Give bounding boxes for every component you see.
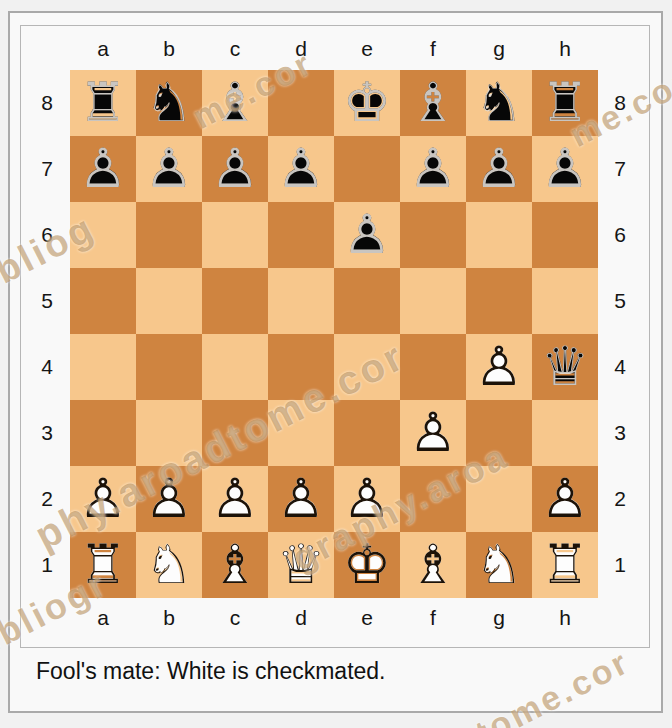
file-label-top-h: h — [532, 28, 598, 70]
white-pawn-b2: ♟︎♙︎ — [136, 466, 202, 532]
square-h2: ♟︎♙︎ — [532, 466, 598, 532]
piece-outline-glyph: ♙︎ — [268, 466, 334, 532]
square-c7: ♟︎♙︎ — [202, 136, 268, 202]
piece-outline-glyph: ♖︎ — [532, 532, 598, 598]
black-knight-g8: ♞︎♘︎ — [466, 70, 532, 136]
square-f6 — [400, 202, 466, 268]
black-pawn-b7: ♟︎♙︎ — [136, 136, 202, 202]
file-label-bottom-h: h — [532, 598, 598, 638]
square-a2: ♟︎♙︎ — [70, 466, 136, 532]
file-labels-bottom: abcdefgh — [70, 598, 642, 638]
square-g4: ♟︎♙︎ — [466, 334, 532, 400]
piece-outline-glyph: ♖︎ — [70, 532, 136, 598]
square-c8: ♝︎♗︎ — [202, 70, 268, 136]
square-e3 — [334, 400, 400, 466]
piece-outline-glyph: ♙︎ — [400, 136, 466, 202]
square-b4 — [136, 334, 202, 400]
piece-outline-glyph: ♙︎ — [532, 466, 598, 532]
square-g1: ♞︎♘︎ — [466, 532, 532, 598]
rank-label-left-7: 7 — [24, 136, 70, 202]
square-d4 — [268, 334, 334, 400]
piece-outline-glyph: ♙︎ — [334, 466, 400, 532]
square-h8: ♜︎♖︎ — [532, 70, 598, 136]
rank-label-right-7: 7 — [598, 136, 642, 202]
diagram-caption: Fool's mate: White is checkmated. — [36, 658, 386, 685]
rank-label-right-3: 3 — [598, 400, 642, 466]
white-pawn-g4: ♟︎♙︎ — [466, 334, 532, 400]
rank-label-right-4: 4 — [598, 334, 642, 400]
square-g7: ♟︎♙︎ — [466, 136, 532, 202]
rank-label-left-5: 5 — [24, 268, 70, 334]
file-label-bottom-b: b — [136, 598, 202, 638]
white-pawn-h2: ♟︎♙︎ — [532, 466, 598, 532]
piece-outline-glyph: ♙︎ — [136, 466, 202, 532]
rank-label-right-2: 2 — [598, 466, 642, 532]
black-pawn-c7: ♟︎♙︎ — [202, 136, 268, 202]
file-label-bottom-c: c — [202, 598, 268, 638]
piece-outline-glyph: ♙︎ — [202, 136, 268, 202]
black-king-e8: ♚︎♔︎ — [334, 70, 400, 136]
square-h6 — [532, 202, 598, 268]
piece-outline-glyph: ♙︎ — [334, 202, 400, 268]
piece-outline-glyph: ♙︎ — [466, 136, 532, 202]
white-rook-h1: ♜︎♖︎ — [532, 532, 598, 598]
square-b3 — [136, 400, 202, 466]
square-b6 — [136, 202, 202, 268]
black-pawn-f7: ♟︎♙︎ — [400, 136, 466, 202]
piece-outline-glyph: ♙︎ — [532, 136, 598, 202]
board-middle: 87654321 ♜︎♖︎♞︎♘︎♝︎♗︎♚︎♔︎♝︎♗︎♞︎♘︎♜︎♖︎♟︎♙… — [24, 70, 642, 598]
book-page-scan: abcdefgh 87654321 ♜︎♖︎♞︎♘︎♝︎♗︎♚︎♔︎♝︎♗︎♞︎… — [0, 0, 672, 728]
square-f4 — [400, 334, 466, 400]
file-label-top-g: g — [466, 28, 532, 70]
square-a6 — [70, 202, 136, 268]
piece-outline-glyph: ♙︎ — [70, 466, 136, 532]
white-pawn-d2: ♟︎♙︎ — [268, 466, 334, 532]
square-f5 — [400, 268, 466, 334]
square-a3 — [70, 400, 136, 466]
square-d8 — [268, 70, 334, 136]
square-f7: ♟︎♙︎ — [400, 136, 466, 202]
file-label-top-a: a — [70, 28, 136, 70]
rank-label-right-6: 6 — [598, 202, 642, 268]
black-bishop-c8: ♝︎♗︎ — [202, 70, 268, 136]
square-g5 — [466, 268, 532, 334]
file-labels-top: abcdefgh — [70, 28, 642, 70]
rank-label-right-8: 8 — [598, 70, 642, 136]
white-pawn-f3: ♟︎♙︎ — [400, 400, 466, 466]
square-g6 — [466, 202, 532, 268]
square-c4 — [202, 334, 268, 400]
square-h4: ♛︎♕︎ — [532, 334, 598, 400]
piece-outline-glyph: ♖︎ — [532, 70, 598, 136]
file-label-bottom-a: a — [70, 598, 136, 638]
rank-label-left-4: 4 — [24, 334, 70, 400]
black-bishop-f8: ♝︎♗︎ — [400, 70, 466, 136]
rank-label-right-1: 1 — [598, 532, 642, 598]
piece-outline-glyph: ♘︎ — [136, 70, 202, 136]
square-b5 — [136, 268, 202, 334]
square-d7: ♟︎♙︎ — [268, 136, 334, 202]
black-pawn-a7: ♟︎♙︎ — [70, 136, 136, 202]
black-pawn-e6: ♟︎♙︎ — [334, 202, 400, 268]
file-label-top-d: d — [268, 28, 334, 70]
square-d6 — [268, 202, 334, 268]
square-d5 — [268, 268, 334, 334]
square-a7: ♟︎♙︎ — [70, 136, 136, 202]
square-c2: ♟︎♙︎ — [202, 466, 268, 532]
square-b7: ♟︎♙︎ — [136, 136, 202, 202]
white-pawn-c2: ♟︎♙︎ — [202, 466, 268, 532]
square-g3 — [466, 400, 532, 466]
white-bishop-c1: ♝︎♗︎ — [202, 532, 268, 598]
rank-label-left-2: 2 — [24, 466, 70, 532]
white-queen-d1: ♛︎♕︎ — [268, 532, 334, 598]
white-knight-g1: ♞︎♘︎ — [466, 532, 532, 598]
rank-labels-right: 87654321 — [598, 70, 642, 598]
piece-outline-glyph: ♔︎ — [334, 70, 400, 136]
white-rook-a1: ♜︎♖︎ — [70, 532, 136, 598]
black-pawn-h7: ♟︎♙︎ — [532, 136, 598, 202]
square-d1: ♛︎♕︎ — [268, 532, 334, 598]
rank-label-left-8: 8 — [24, 70, 70, 136]
square-f1: ♝︎♗︎ — [400, 532, 466, 598]
piece-outline-glyph: ♘︎ — [466, 70, 532, 136]
square-e4 — [334, 334, 400, 400]
square-h7: ♟︎♙︎ — [532, 136, 598, 202]
piece-outline-glyph: ♘︎ — [136, 532, 202, 598]
square-e8: ♚︎♔︎ — [334, 70, 400, 136]
square-h3 — [532, 400, 598, 466]
square-a4 — [70, 334, 136, 400]
square-f8: ♝︎♗︎ — [400, 70, 466, 136]
square-e7 — [334, 136, 400, 202]
square-g8: ♞︎♘︎ — [466, 70, 532, 136]
square-a5 — [70, 268, 136, 334]
square-b1: ♞︎♘︎ — [136, 532, 202, 598]
chess-diagram: abcdefgh 87654321 ♜︎♖︎♞︎♘︎♝︎♗︎♚︎♔︎♝︎♗︎♞︎… — [24, 28, 642, 638]
square-a1: ♜︎♖︎ — [70, 532, 136, 598]
white-knight-b1: ♞︎♘︎ — [136, 532, 202, 598]
black-knight-b8: ♞︎♘︎ — [136, 70, 202, 136]
square-c1: ♝︎♗︎ — [202, 532, 268, 598]
piece-outline-glyph: ♗︎ — [400, 532, 466, 598]
square-c3 — [202, 400, 268, 466]
white-pawn-a2: ♟︎♙︎ — [70, 466, 136, 532]
piece-outline-glyph: ♙︎ — [202, 466, 268, 532]
square-c6 — [202, 202, 268, 268]
square-h1: ♜︎♖︎ — [532, 532, 598, 598]
black-pawn-g7: ♟︎♙︎ — [466, 136, 532, 202]
piece-outline-glyph: ♔︎ — [334, 532, 400, 598]
square-e2: ♟︎♙︎ — [334, 466, 400, 532]
rank-label-right-5: 5 — [598, 268, 642, 334]
square-f3: ♟︎♙︎ — [400, 400, 466, 466]
square-c5 — [202, 268, 268, 334]
black-pawn-d7: ♟︎♙︎ — [268, 136, 334, 202]
rank-label-left-1: 1 — [24, 532, 70, 598]
file-label-bottom-d: d — [268, 598, 334, 638]
file-label-top-c: c — [202, 28, 268, 70]
piece-outline-glyph: ♙︎ — [466, 334, 532, 400]
square-d3 — [268, 400, 334, 466]
black-rook-h8: ♜︎♖︎ — [532, 70, 598, 136]
file-label-top-e: e — [334, 28, 400, 70]
white-pawn-e2: ♟︎♙︎ — [334, 466, 400, 532]
square-g2 — [466, 466, 532, 532]
square-b2: ♟︎♙︎ — [136, 466, 202, 532]
file-label-bottom-f: f — [400, 598, 466, 638]
black-queen-h4: ♛︎♕︎ — [532, 334, 598, 400]
piece-outline-glyph: ♗︎ — [400, 70, 466, 136]
square-h5 — [532, 268, 598, 334]
piece-outline-glyph: ♙︎ — [400, 400, 466, 466]
square-b8: ♞︎♘︎ — [136, 70, 202, 136]
piece-outline-glyph: ♕︎ — [268, 532, 334, 598]
white-bishop-f1: ♝︎♗︎ — [400, 532, 466, 598]
piece-outline-glyph: ♙︎ — [70, 136, 136, 202]
piece-outline-glyph: ♖︎ — [70, 70, 136, 136]
square-e6: ♟︎♙︎ — [334, 202, 400, 268]
file-label-top-b: b — [136, 28, 202, 70]
piece-outline-glyph: ♘︎ — [466, 532, 532, 598]
rank-label-left-6: 6 — [24, 202, 70, 268]
file-label-bottom-e: e — [334, 598, 400, 638]
piece-outline-glyph: ♙︎ — [136, 136, 202, 202]
rank-labels-left: 87654321 — [24, 70, 70, 598]
file-label-bottom-g: g — [466, 598, 532, 638]
square-a8: ♜︎♖︎ — [70, 70, 136, 136]
file-label-top-f: f — [400, 28, 466, 70]
piece-outline-glyph: ♗︎ — [202, 70, 268, 136]
piece-outline-glyph: ♗︎ — [202, 532, 268, 598]
square-f2 — [400, 466, 466, 532]
rank-label-left-3: 3 — [24, 400, 70, 466]
square-d2: ♟︎♙︎ — [268, 466, 334, 532]
square-e5 — [334, 268, 400, 334]
white-king-e1: ♚︎♔︎ — [334, 532, 400, 598]
piece-outline-glyph: ♙︎ — [268, 136, 334, 202]
piece-outline-glyph: ♕︎ — [532, 334, 598, 400]
black-rook-a8: ♜︎♖︎ — [70, 70, 136, 136]
chess-board: ♜︎♖︎♞︎♘︎♝︎♗︎♚︎♔︎♝︎♗︎♞︎♘︎♜︎♖︎♟︎♙︎♟︎♙︎♟︎♙︎… — [70, 70, 598, 598]
square-e1: ♚︎♔︎ — [334, 532, 400, 598]
